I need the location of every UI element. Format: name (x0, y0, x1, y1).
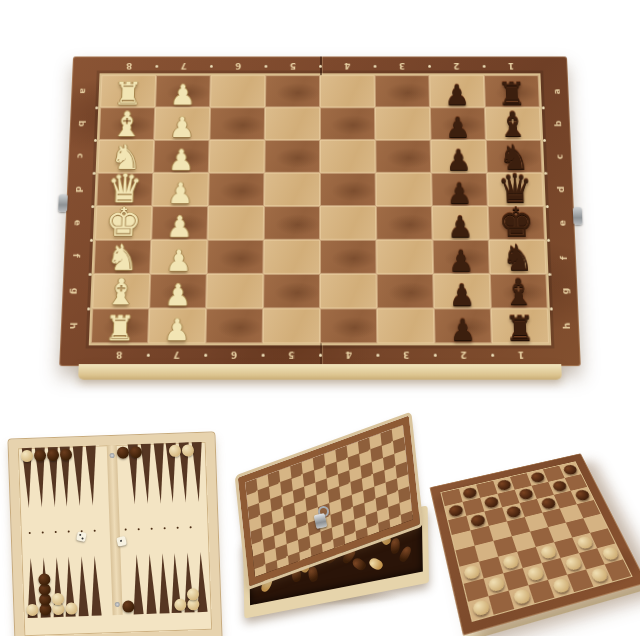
gold-chess-piece (367, 556, 384, 571)
backgammon-point (153, 443, 165, 503)
black-pawn: ♟ (448, 247, 475, 276)
metal-clasp-right-icon (573, 207, 583, 225)
light-checker (471, 599, 490, 617)
border-dot (93, 172, 96, 175)
coord-label: e (73, 220, 83, 226)
border-dot (550, 307, 553, 310)
dark-checker (496, 479, 512, 491)
square-e7: ♟ (151, 206, 208, 240)
black-pawn: ♟ (447, 213, 474, 242)
square-f7: ♟ (150, 240, 207, 274)
pip-dot (138, 528, 140, 530)
border-dot (544, 172, 547, 175)
border-dot (319, 65, 322, 68)
coord-label: f (71, 254, 81, 260)
square-e2: ♟ (432, 206, 489, 240)
square-h4 (320, 308, 377, 343)
square-c8: ♞ (98, 140, 155, 173)
square-e5 (264, 206, 320, 240)
square-b3 (375, 107, 431, 140)
light-checker (575, 535, 593, 550)
pip-dot (29, 532, 31, 534)
coord-label: b (553, 120, 563, 126)
square-g2: ♟ (433, 274, 491, 309)
border-dot (88, 273, 91, 276)
pip-dot (164, 527, 166, 529)
dark-checker (505, 505, 522, 518)
backgammon-point (86, 446, 98, 506)
square-f4 (320, 240, 377, 274)
border-dot (542, 106, 545, 109)
white-king: ♚ (105, 202, 142, 242)
border-dot (91, 205, 94, 208)
square-a2: ♟ (429, 75, 485, 107)
coord-label: 7 (173, 350, 180, 360)
coord-label: 2 (453, 61, 459, 70)
coord-label: 2 (460, 350, 467, 360)
black-rook: ♜ (504, 311, 535, 345)
border-dot (319, 354, 322, 357)
backgammon-point (77, 556, 89, 616)
black-pawn: ♟ (446, 180, 473, 208)
dark-checker (483, 496, 499, 509)
square-g6 (206, 274, 263, 309)
square-g5 (263, 274, 320, 309)
square-c2: ♟ (431, 140, 487, 173)
square-g8: ♝ (92, 274, 150, 309)
coord-label: 6 (231, 350, 238, 360)
chess-board-wrap: 87654321 87654321 abcdefgh abcdefgh ♜♟♟♜… (59, 56, 582, 379)
white-rook: ♜ (113, 78, 143, 109)
backgammon-point (73, 446, 85, 506)
light-checker (539, 544, 557, 559)
white-bishop: ♝ (111, 108, 143, 142)
square-d5 (264, 173, 320, 206)
square-f6 (207, 240, 264, 274)
square-d3 (376, 173, 432, 206)
light-checker (501, 554, 519, 570)
coord-label: d (74, 186, 84, 192)
square-b1: ♝ (485, 107, 541, 140)
square-b2: ♟ (430, 107, 486, 140)
square-g1: ♝ (490, 274, 548, 309)
coord-label: h (561, 322, 571, 329)
thumbnail-row (0, 428, 640, 636)
coords-left: abcdefgh (69, 75, 87, 343)
square-a8: ♜ (100, 75, 156, 107)
square-b5 (265, 107, 320, 140)
dark-checker (562, 464, 578, 476)
dark-chess-piece (351, 556, 368, 572)
white-pawn: ♟ (170, 82, 196, 109)
dark-checker (517, 488, 533, 501)
backgammon-left-half (20, 446, 104, 619)
backgammon-center-bar (107, 445, 123, 615)
dark-checker (447, 504, 463, 517)
white-pawn: ♟ (167, 180, 194, 208)
die-icon (76, 531, 87, 542)
dark-chess-piece (398, 545, 413, 563)
border-dot (491, 354, 494, 357)
pip-dot (190, 526, 192, 528)
light-checker (526, 565, 545, 581)
square-b7: ♟ (154, 107, 210, 140)
square-e3 (376, 206, 433, 240)
dark-checker (540, 497, 557, 510)
black-pawn: ♟ (445, 114, 471, 142)
square-f1: ♞ (489, 240, 547, 274)
coord-label: a (78, 88, 88, 94)
light-checker (551, 577, 570, 594)
square-e8: ♚ (95, 206, 152, 240)
checkers-board (429, 453, 640, 635)
square-b6 (209, 107, 265, 140)
border-dot (547, 239, 550, 242)
pip-dot (81, 530, 83, 532)
white-bishop: ♝ (105, 275, 138, 311)
black-bishop: ♝ (502, 275, 535, 311)
pip-dot (177, 527, 179, 529)
square-d1: ♛ (487, 173, 544, 206)
pip-dot (68, 531, 70, 533)
border-dot (428, 65, 431, 68)
border-dot (434, 354, 437, 357)
border-dot (483, 65, 486, 68)
border-dot (264, 65, 267, 68)
hinge-screw-icon (115, 602, 120, 607)
backgammon-thumbnail (0, 428, 212, 636)
square-d2: ♟ (431, 173, 488, 206)
square-a7: ♟ (155, 75, 211, 107)
box-front-edge (78, 364, 562, 380)
border-dot (95, 106, 98, 109)
white-queen: ♛ (106, 169, 143, 208)
light-checker (600, 546, 619, 561)
coord-label: 3 (399, 61, 405, 70)
border-dot (376, 354, 379, 357)
square-e4 (320, 206, 376, 240)
light-checker (589, 567, 608, 583)
coord-label: 5 (290, 61, 296, 70)
light-checker (564, 555, 583, 571)
coords-right: abcdefgh (553, 75, 571, 343)
coord-label: a (552, 88, 562, 94)
checkers-board-wrap (429, 453, 640, 636)
coord-label: g (560, 288, 570, 295)
square-g7: ♟ (149, 274, 207, 309)
pip-dot (55, 531, 57, 533)
black-rook: ♜ (497, 78, 527, 109)
coord-label: 3 (403, 350, 410, 360)
coord-label: 5 (288, 350, 294, 360)
square-d8: ♛ (96, 173, 153, 206)
dark-checker (529, 471, 545, 483)
coord-label: 8 (116, 350, 123, 360)
border-dot (374, 65, 377, 68)
black-pawn: ♟ (446, 147, 472, 175)
square-a5 (265, 75, 320, 107)
square-e1: ♚ (488, 206, 545, 240)
border-dot (546, 205, 549, 208)
black-bishop: ♝ (497, 108, 529, 142)
white-rook: ♜ (104, 311, 135, 345)
border-dot (543, 139, 546, 142)
light-checker (487, 576, 505, 593)
backgammon-board (8, 432, 221, 636)
square-h7: ♟ (148, 308, 206, 343)
border-dot (87, 307, 90, 310)
square-a4 (320, 75, 375, 107)
square-d6 (208, 173, 264, 206)
coord-label: 1 (517, 350, 524, 360)
square-g3 (377, 274, 434, 309)
square-b4 (320, 107, 375, 140)
black-king: ♚ (498, 202, 535, 242)
coord-label: 8 (126, 61, 132, 70)
square-h3 (377, 308, 435, 343)
white-knight: ♞ (106, 241, 139, 276)
coord-label: 4 (344, 61, 350, 70)
black-queen: ♛ (497, 169, 534, 208)
playing-area-frame: ♜♟♟♜♝♟♟♝♞♟♟♞♛♟♟♛♚♟♟♚♞♟♟♞♝♟♟♝♜♟♟♜ (91, 75, 549, 343)
die-icon (116, 536, 127, 547)
square-c3 (375, 140, 431, 173)
square-h6 (205, 308, 263, 343)
black-pawn: ♟ (449, 281, 476, 310)
border-dot (94, 139, 97, 142)
white-pawn: ♟ (168, 147, 194, 175)
black-pawn: ♟ (449, 316, 476, 346)
square-d7: ♟ (152, 173, 209, 206)
light-checker (512, 588, 531, 605)
square-c5 (264, 140, 320, 173)
square-f8: ♞ (94, 240, 152, 274)
square-c7: ♟ (153, 140, 209, 173)
square-g4 (320, 274, 377, 309)
backgammon-point (140, 444, 152, 504)
square-a6 (210, 75, 265, 107)
chess-grid: ♜♟♟♜♝♟♟♝♞♟♟♞♛♟♟♛♚♟♟♚♞♟♟♞♝♟♟♝♜♟♟♜ (91, 75, 549, 343)
square-f5 (263, 240, 320, 274)
coord-label: f (558, 254, 568, 260)
white-pawn: ♟ (164, 281, 191, 310)
black-knight: ♞ (501, 241, 534, 276)
black-knight: ♞ (498, 141, 530, 175)
square-e6 (207, 206, 264, 240)
coord-label: e (557, 220, 567, 226)
square-a1: ♜ (484, 75, 540, 107)
pip-dot (151, 528, 153, 530)
product-photo-stage: { "game": "chess (3-in-1 folding wooden … (0, 0, 640, 636)
hinge-screw-icon (110, 453, 115, 458)
dark-checker (573, 489, 590, 502)
metal-clasp-left-icon (58, 195, 68, 213)
border-dot (90, 239, 93, 242)
square-d4 (320, 173, 376, 206)
square-b8: ♝ (99, 107, 155, 140)
dark-checker (469, 513, 485, 527)
square-h2: ♟ (434, 308, 492, 343)
backgammon-point (157, 553, 169, 613)
pip-dot (94, 530, 96, 532)
white-knight: ♞ (110, 141, 142, 175)
square-a3 (375, 75, 430, 107)
square-h8: ♜ (91, 308, 149, 343)
backgammon-point (144, 554, 156, 614)
coord-label: 7 (180, 61, 186, 70)
storage-box-thumbnail (212, 428, 426, 636)
coord-label: 4 (345, 350, 351, 360)
coord-label: b (77, 120, 87, 126)
square-f3 (376, 240, 433, 274)
square-c1: ♞ (486, 140, 543, 173)
border-dot (548, 273, 551, 276)
white-pawn: ♟ (163, 316, 190, 346)
square-c4 (320, 140, 376, 173)
coord-label: c (76, 153, 86, 159)
checkers-thumbnail (426, 428, 640, 636)
main-chess-photo: 87654321 87654321 abcdefgh abcdefgh ♜♟♟♜… (0, 0, 640, 428)
white-pawn: ♟ (166, 213, 193, 242)
square-c6 (209, 140, 265, 173)
square-f2: ♟ (433, 240, 490, 274)
white-pawn: ♟ (169, 114, 195, 142)
chess-board: 87654321 87654321 abcdefgh abcdefgh ♜♟♟♜… (59, 56, 581, 366)
pip-dot (42, 531, 44, 533)
square-h1: ♜ (491, 308, 549, 343)
border-dot (262, 354, 265, 357)
coord-label: h (68, 322, 78, 329)
black-pawn: ♟ (444, 82, 470, 109)
light-checker (462, 564, 480, 580)
coord-label: d (556, 186, 566, 192)
coord-label: 6 (235, 61, 241, 70)
pip-dot (125, 529, 127, 531)
backgammon-point (90, 556, 102, 616)
white-pawn: ♟ (165, 247, 192, 276)
dark-chess-piece (391, 538, 401, 554)
coord-label: c (554, 153, 564, 159)
square-h5 (263, 308, 320, 343)
dark-checker (462, 486, 478, 499)
coord-label: g (70, 288, 80, 295)
dark-checker (551, 480, 567, 492)
coord-label: 1 (508, 61, 514, 70)
